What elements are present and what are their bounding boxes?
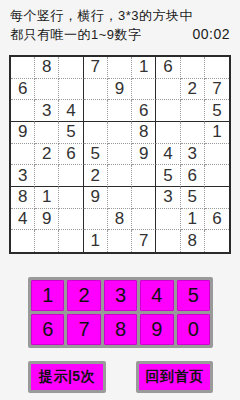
sudoku-cell-r9c9[interactable]: [205, 230, 229, 252]
sudoku-cell-r2c1[interactable]: 6: [11, 79, 35, 101]
sudoku-cell-r1c1[interactable]: [11, 57, 35, 79]
sudoku-cell-r1c5[interactable]: [108, 57, 132, 79]
home-button[interactable]: 回到首页: [136, 361, 213, 393]
sudoku-cell-r3c7[interactable]: [156, 100, 180, 122]
sudoku-cell-r6c9[interactable]: [205, 165, 229, 187]
sudoku-cell-r7c2[interactable]: 1: [35, 187, 59, 209]
sudoku-cell-r6c6[interactable]: [132, 165, 156, 187]
keypad-key-9[interactable]: 9: [140, 314, 173, 345]
sudoku-cell-r4c4[interactable]: [84, 122, 108, 144]
sudoku-cell-r5c5[interactable]: [108, 144, 132, 166]
sudoku-cell-r8c7[interactable]: [156, 209, 180, 231]
sudoku-cell-r8c3[interactable]: [59, 209, 83, 231]
sudoku-cell-r1c8[interactable]: [181, 57, 205, 79]
sudoku-cell-r9c7[interactable]: [156, 230, 180, 252]
keypad-key-1[interactable]: 1: [31, 280, 64, 311]
sudoku-cell-r4c9[interactable]: 1: [205, 122, 229, 144]
sudoku-cell-r9c4[interactable]: 1: [84, 230, 108, 252]
keypad-key-3[interactable]: 3: [104, 280, 137, 311]
sudoku-cell-r9c5[interactable]: [108, 230, 132, 252]
sudoku-cell-r2c5[interactable]: 9: [108, 79, 132, 101]
sudoku-cell-r7c9[interactable]: [205, 187, 229, 209]
sudoku-cell-r1c9[interactable]: [205, 57, 229, 79]
sudoku-cell-r6c3[interactable]: [59, 165, 83, 187]
sudoku-cell-r1c6[interactable]: 1: [132, 57, 156, 79]
sudoku-cell-r6c7[interactable]: 5: [156, 165, 180, 187]
sudoku-cell-r3c4[interactable]: [84, 100, 108, 122]
sudoku-cell-r1c3[interactable]: [59, 57, 83, 79]
sudoku-cell-r6c2[interactable]: [35, 165, 59, 187]
sudoku-cell-r9c8[interactable]: 8: [181, 230, 205, 252]
sudoku-cell-r8c2[interactable]: 9: [35, 209, 59, 231]
sudoku-cell-r1c2[interactable]: 8: [35, 57, 59, 79]
instructions-line2: 都只有唯一的1~9数字: [10, 25, 142, 44]
instructions: 每个竖行，横行，3*3的方块中 都只有唯一的1~9数字 00:02: [10, 6, 232, 44]
sudoku-cell-r2c3[interactable]: [59, 79, 83, 101]
sudoku-cell-r7c8[interactable]: 5: [181, 187, 205, 209]
sudoku-cell-r4c8[interactable]: [181, 122, 205, 144]
sudoku-cell-r5c4[interactable]: 5: [84, 144, 108, 166]
sudoku-cell-r6c4[interactable]: 2: [84, 165, 108, 187]
sudoku-cell-r9c2[interactable]: [35, 230, 59, 252]
sudoku-cell-r2c6[interactable]: [132, 79, 156, 101]
sudoku-cell-r4c3[interactable]: 5: [59, 122, 83, 144]
sudoku-cell-r9c1[interactable]: [11, 230, 35, 252]
sudoku-board: 871669273465958126594332568193549816178: [9, 55, 231, 254]
sudoku-cell-r5c1[interactable]: [11, 144, 35, 166]
sudoku-cell-r3c3[interactable]: 4: [59, 100, 83, 122]
hint-button[interactable]: 提示|5次: [28, 361, 106, 393]
sudoku-cell-r5c7[interactable]: 4: [156, 144, 180, 166]
keypad-key-6[interactable]: 6: [31, 314, 64, 345]
sudoku-cell-r7c3[interactable]: [59, 187, 83, 209]
sudoku-cell-r8c6[interactable]: [132, 209, 156, 231]
sudoku-cell-r2c9[interactable]: 7: [205, 79, 229, 101]
sudoku-cell-r3c8[interactable]: [181, 100, 205, 122]
sudoku-cell-r1c4[interactable]: 7: [84, 57, 108, 79]
sudoku-cell-r6c8[interactable]: 6: [181, 165, 205, 187]
sudoku-cell-r5c9[interactable]: [205, 144, 229, 166]
sudoku-cell-r2c8[interactable]: 2: [181, 79, 205, 101]
sudoku-cell-r8c1[interactable]: 4: [11, 209, 35, 231]
sudoku-cell-r6c5[interactable]: [108, 165, 132, 187]
sudoku-cell-r1c7[interactable]: 6: [156, 57, 180, 79]
sudoku-cell-r7c1[interactable]: 8: [11, 187, 35, 209]
sudoku-cell-r2c7[interactable]: [156, 79, 180, 101]
sudoku-cell-r4c6[interactable]: 8: [132, 122, 156, 144]
instructions-line1: 每个竖行，横行，3*3的方块中: [10, 6, 232, 25]
sudoku-cell-r5c3[interactable]: 6: [59, 144, 83, 166]
sudoku-app-screen: 每个竖行，横行，3*3的方块中 都只有唯一的1~9数字 00:02 871669…: [0, 0, 240, 400]
sudoku-cell-r7c4[interactable]: 9: [84, 187, 108, 209]
sudoku-cell-r2c2[interactable]: [35, 79, 59, 101]
keypad-key-7[interactable]: 7: [67, 314, 100, 345]
sudoku-cell-r3c9[interactable]: 5: [205, 100, 229, 122]
sudoku-cell-r8c5[interactable]: 8: [108, 209, 132, 231]
sudoku-cell-r3c1[interactable]: [11, 100, 35, 122]
number-keypad: 1234567890: [28, 277, 213, 348]
sudoku-cell-r7c5[interactable]: [108, 187, 132, 209]
sudoku-cell-r4c2[interactable]: [35, 122, 59, 144]
sudoku-cell-r4c1[interactable]: 9: [11, 122, 35, 144]
sudoku-cell-r5c2[interactable]: 2: [35, 144, 59, 166]
sudoku-cell-r8c9[interactable]: 6: [205, 209, 229, 231]
sudoku-cell-r4c7[interactable]: [156, 122, 180, 144]
sudoku-cell-r2c4[interactable]: [84, 79, 108, 101]
sudoku-cell-r6c1[interactable]: 3: [11, 165, 35, 187]
keypad-key-2[interactable]: 2: [67, 280, 100, 311]
game-timer: 00:02: [192, 25, 230, 44]
sudoku-cell-r8c4[interactable]: [84, 209, 108, 231]
sudoku-cell-r3c5[interactable]: [108, 100, 132, 122]
sudoku-cell-r5c8[interactable]: 3: [181, 144, 205, 166]
sudoku-cell-r3c6[interactable]: 6: [132, 100, 156, 122]
sudoku-cell-r4c5[interactable]: [108, 122, 132, 144]
keypad-key-4[interactable]: 4: [140, 280, 173, 311]
sudoku-cell-r7c7[interactable]: 3: [156, 187, 180, 209]
sudoku-cell-r8c8[interactable]: 1: [181, 209, 205, 231]
keypad-key-5[interactable]: 5: [177, 280, 210, 311]
keypad-key-0[interactable]: 0: [177, 314, 210, 345]
keypad-key-8[interactable]: 8: [104, 314, 137, 345]
sudoku-cell-r5c6[interactable]: 9: [132, 144, 156, 166]
sudoku-cell-r3c2[interactable]: 3: [35, 100, 59, 122]
sudoku-cell-r9c3[interactable]: [59, 230, 83, 252]
sudoku-cell-r7c6[interactable]: [132, 187, 156, 209]
sudoku-cell-r9c6[interactable]: 7: [132, 230, 156, 252]
